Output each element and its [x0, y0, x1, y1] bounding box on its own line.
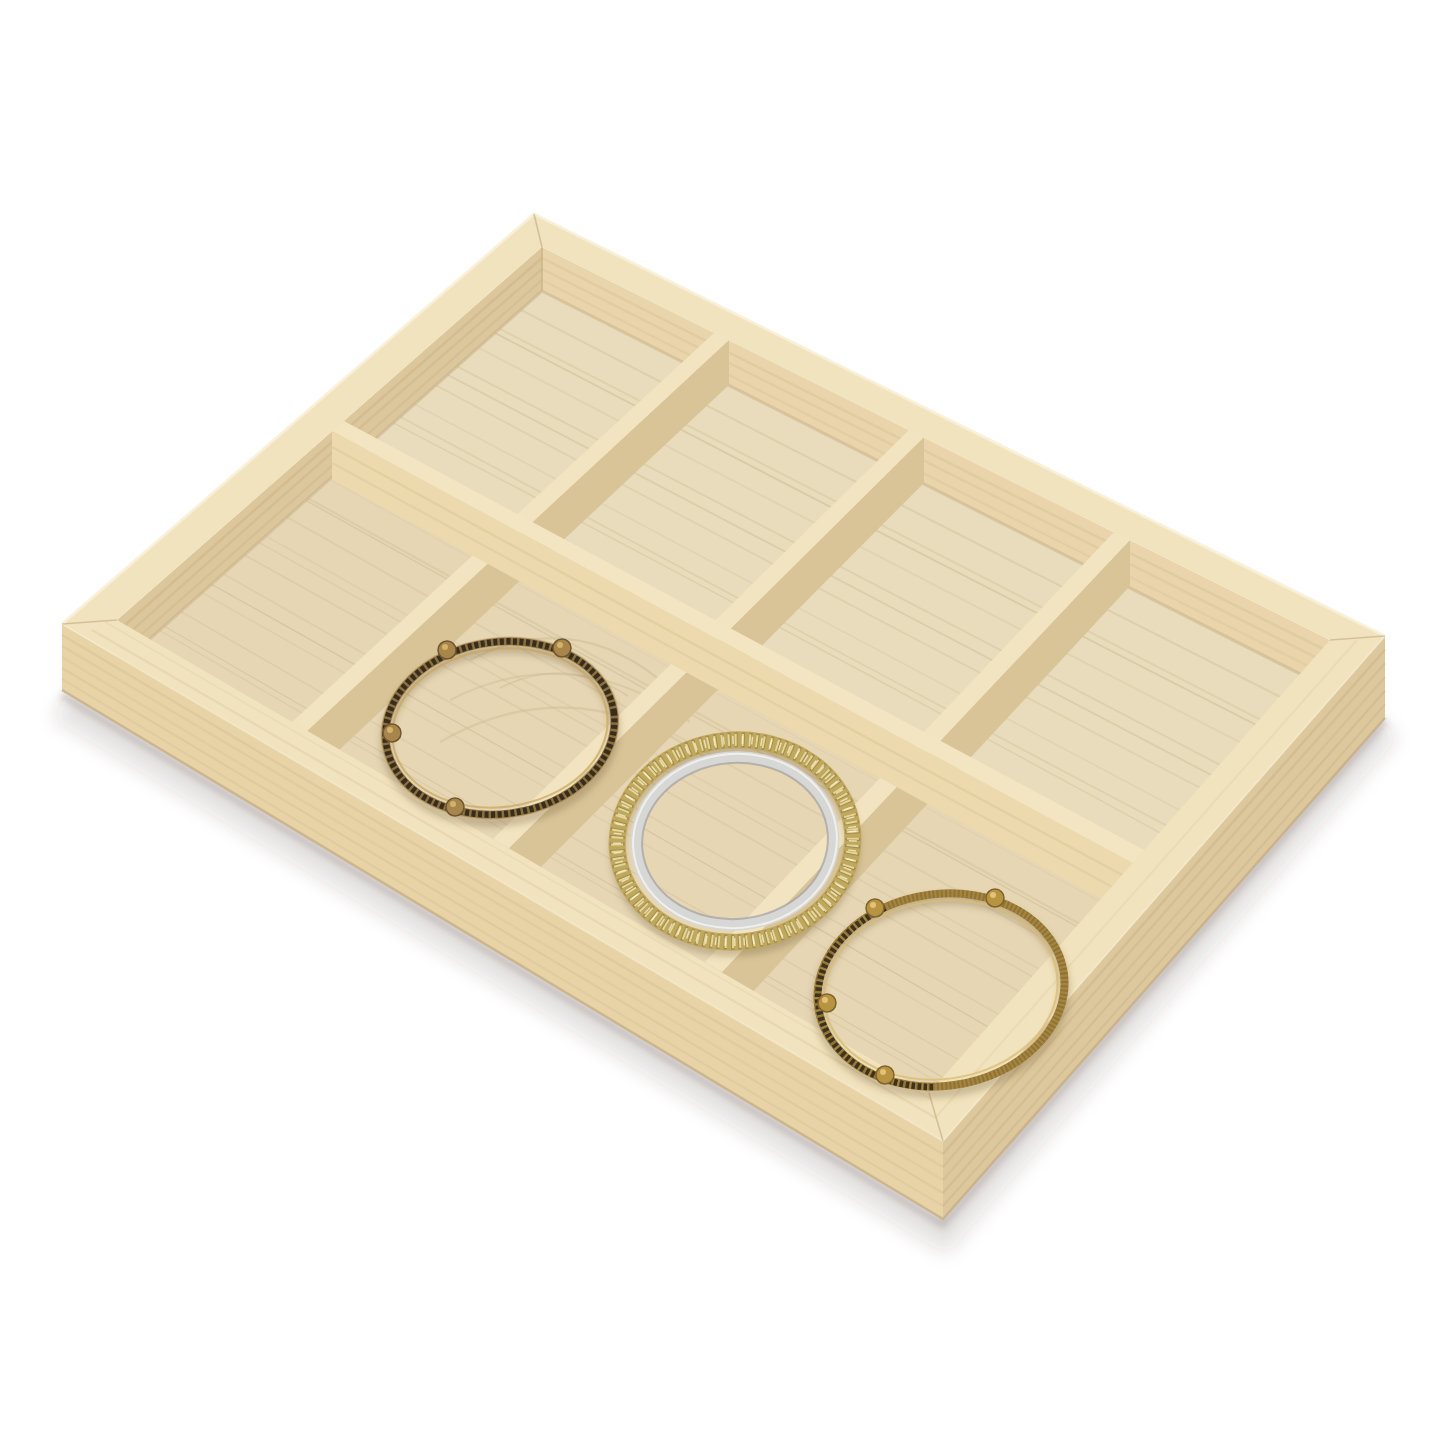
knot-station — [818, 994, 836, 1012]
knot-glint — [870, 902, 876, 908]
knot-station — [866, 899, 884, 917]
knot-glint — [990, 892, 996, 898]
knot-station — [446, 798, 464, 816]
jewelry-tray-scene — [0, 0, 1445, 1445]
knot-station — [383, 724, 401, 742]
knot-glint — [442, 644, 448, 650]
knot-station — [438, 641, 456, 659]
knot-glint — [450, 801, 456, 807]
knot-station — [986, 889, 1004, 907]
knot-glint — [822, 997, 828, 1003]
photo-stage — [0, 0, 1445, 1445]
knot-glint — [557, 642, 563, 648]
knot-glint — [387, 727, 393, 733]
knot-station — [876, 1066, 894, 1084]
knot-glint — [880, 1069, 886, 1075]
knot-station — [553, 639, 571, 657]
